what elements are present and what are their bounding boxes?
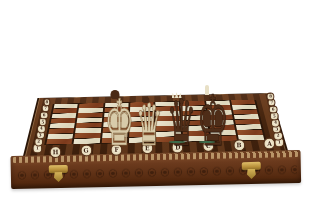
square bbox=[46, 139, 72, 145]
file-label-g: G bbox=[80, 144, 92, 156]
black-king-piece: ♚ bbox=[187, 86, 227, 156]
black-king-glyph: ♚ bbox=[197, 86, 218, 156]
white-king-glyph: ♚ bbox=[105, 91, 126, 155]
file-label-h: H bbox=[49, 145, 61, 157]
left-rank-label-8: 8 bbox=[43, 98, 51, 106]
right-rank-label-8: 8 bbox=[267, 92, 275, 100]
felt-base-pad bbox=[169, 141, 185, 143]
left-rank-label-6: 6 bbox=[40, 111, 48, 119]
chess-set-photo: HGFEDCBA1234567812345678 ♚♛♛♚ bbox=[0, 0, 310, 207]
piece-finial bbox=[111, 90, 120, 99]
piece-finial bbox=[143, 97, 150, 103]
felt-base-pad bbox=[199, 141, 215, 143]
coordinate-medallions: HGFEDCBA1234567812345678 bbox=[0, 0, 307, 3]
black-queen-glyph: ♛ bbox=[166, 91, 187, 155]
left-latch-clasp-icon bbox=[49, 165, 68, 173]
right-latch-clasp-icon bbox=[242, 162, 261, 170]
white-queen-glyph: ♛ bbox=[136, 96, 157, 154]
file-label-b: B bbox=[233, 139, 245, 151]
piece-finial bbox=[205, 85, 209, 95]
